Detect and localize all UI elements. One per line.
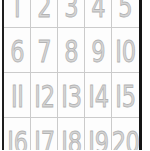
cell-16: I6 (4, 118, 31, 150)
number-11: II (11, 82, 24, 112)
number-9: 9 (91, 37, 105, 67)
cell-19: I9 (85, 118, 112, 150)
cell-5: 5 (112, 0, 139, 28)
number-4: 4 (91, 0, 105, 22)
number-grid: I23456789I0III2I3I4I5I6I7I8I920 (4, 0, 139, 150)
number-10: I0 (115, 37, 135, 67)
cell-3: 3 (58, 0, 85, 28)
cell-6: 6 (4, 28, 31, 73)
cell-8: 8 (58, 28, 85, 73)
number-8: 8 (64, 37, 78, 67)
number-7: 7 (37, 37, 51, 67)
cell-11: II (4, 73, 31, 118)
number-15: I5 (115, 82, 135, 112)
cell-13: I3 (58, 73, 85, 118)
cell-10: I0 (112, 28, 139, 73)
cell-9: 9 (85, 28, 112, 73)
number-18: I8 (61, 128, 81, 151)
number-5: 5 (119, 0, 133, 22)
cell-18: I8 (58, 118, 85, 150)
number-13: I3 (61, 82, 81, 112)
number-2: 2 (37, 0, 51, 22)
cell-15: I5 (112, 73, 139, 118)
number-17: I7 (34, 128, 54, 151)
number-14: I4 (88, 82, 108, 112)
cell-4: 4 (85, 0, 112, 28)
number-12: I2 (34, 82, 54, 112)
number-6: 6 (10, 37, 24, 67)
cell-2: 2 (31, 0, 58, 28)
number-1: I (14, 0, 20, 22)
number-16: I6 (7, 128, 27, 151)
cell-17: I7 (31, 118, 58, 150)
number-chart-sheet: I23456789I0III2I3I4I5I6I7I8I920 (2, 0, 142, 150)
number-3: 3 (64, 0, 78, 22)
cell-1: I (4, 0, 31, 28)
number-20: 20 (112, 128, 140, 151)
number-19: I9 (88, 128, 108, 151)
cell-20: 20 (112, 118, 139, 150)
cell-14: I4 (85, 73, 112, 118)
cell-12: I2 (31, 73, 58, 118)
cell-7: 7 (31, 28, 58, 73)
worksheet-viewport: I23456789I0III2I3I4I5I6I7I8I920 (0, 0, 150, 150)
